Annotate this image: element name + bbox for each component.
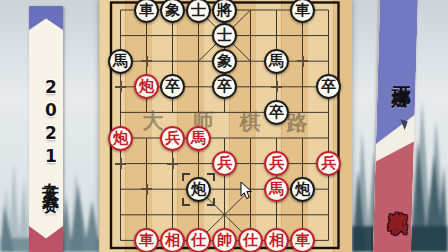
mouse-cursor-icon xyxy=(240,182,253,200)
piece-red-elephant[interactable]: 相 xyxy=(160,228,185,252)
piece-red-horse[interactable]: 馬 xyxy=(264,177,289,202)
piece-black-cannon[interactable]: 炮 xyxy=(186,177,211,202)
piece-black-elephant[interactable]: 象 xyxy=(160,0,185,23)
piece-black-general[interactable]: 將 xyxy=(212,0,237,23)
xiangqi-board: 大师棋路 車象士將車士馬象馬炮卒卒卒卒炮兵馬兵兵兵炮馬炮車相仕帥仕相車 xyxy=(99,0,352,252)
piece-red-advisor[interactable]: 仕 xyxy=(238,228,263,252)
piece-red-horse[interactable]: 馬 xyxy=(186,126,211,151)
player-name-bottom: 尤颖钦 xyxy=(373,148,414,252)
piece-black-chariot[interactable]: 車 xyxy=(290,0,315,23)
piece-black-horse[interactable]: 馬 xyxy=(108,49,133,74)
piece-red-soldier[interactable]: 兵 xyxy=(212,151,237,176)
banner-bottom-chevron xyxy=(29,226,63,252)
player-name-top: 王琳娜 xyxy=(376,18,417,128)
piece-red-elephant[interactable]: 相 xyxy=(264,228,289,252)
piece-red-cannon[interactable]: 炮 xyxy=(108,126,133,151)
piece-red-advisor[interactable]: 仕 xyxy=(186,228,211,252)
point-marker xyxy=(115,81,126,92)
watermark-char: 路 xyxy=(287,109,308,137)
piece-red-general[interactable]: 帥 xyxy=(212,228,237,252)
players-banner: 王琳娜 尤颖钦 xyxy=(373,0,418,252)
piece-black-chariot[interactable]: 車 xyxy=(134,0,159,23)
point-marker xyxy=(141,56,152,67)
piece-black-soldier[interactable]: 卒 xyxy=(264,100,289,125)
piece-black-elephant[interactable]: 象 xyxy=(212,49,237,74)
watermark-char: 棋 xyxy=(240,108,261,136)
piece-black-cannon[interactable]: 炮 xyxy=(290,177,315,202)
piece-black-horse[interactable]: 馬 xyxy=(264,49,289,74)
watermark-char: 大 xyxy=(143,107,164,135)
event-title: 2021女子名人赛 xyxy=(29,32,63,228)
point-marker xyxy=(115,158,126,169)
piece-black-advisor[interactable]: 士 xyxy=(186,0,211,23)
point-marker xyxy=(297,56,308,67)
piece-red-soldier[interactable]: 兵 xyxy=(264,151,289,176)
banner-top-chevron xyxy=(29,6,63,30)
event-banner: 2021女子名人赛 xyxy=(29,6,63,252)
point-marker xyxy=(141,184,152,195)
point-marker xyxy=(271,81,282,92)
piece-red-soldier[interactable]: 兵 xyxy=(160,126,185,151)
point-marker xyxy=(167,158,178,169)
piece-red-chariot[interactable]: 車 xyxy=(134,228,159,252)
piece-black-advisor[interactable]: 士 xyxy=(212,23,237,48)
video-frame: 大师棋路 車象士將車士馬象馬炮卒卒卒卒炮兵馬兵兵兵炮馬炮車相仕帥仕相車 2021… xyxy=(0,0,448,252)
piece-red-soldier[interactable]: 兵 xyxy=(316,151,341,176)
piece-red-chariot[interactable]: 車 xyxy=(290,228,315,252)
